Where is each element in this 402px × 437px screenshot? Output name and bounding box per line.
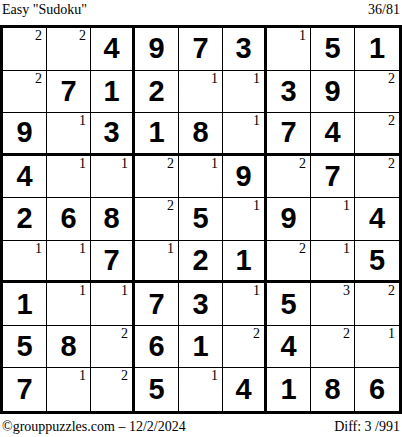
header: Easy "Sudoku" 36/81 xyxy=(0,0,402,25)
cell-r7c7[interactable]: 5 xyxy=(267,283,311,326)
cell-r6c5[interactable]: 2 xyxy=(179,241,223,284)
cell-r4c7[interactable]: 2 xyxy=(267,156,311,199)
pencil-mark: 2 xyxy=(121,327,128,341)
cell-r3c4[interactable]: 1 xyxy=(135,113,179,156)
pencil-mark: 1 xyxy=(211,157,218,171)
cell-r5c2[interactable]: 6 xyxy=(47,198,91,241)
given-digit: 6 xyxy=(60,204,76,233)
given-digit: 9 xyxy=(235,162,251,191)
given-digit: 1 xyxy=(148,118,164,147)
copyright-text: ©grouppuzzles.com – 12/2/2024 xyxy=(2,419,186,435)
cell-r9c9[interactable]: 6 xyxy=(355,368,399,411)
cell-r4c3[interactable]: 1 xyxy=(91,156,135,199)
given-digit: 4 xyxy=(324,118,340,147)
pencil-mark: 1 xyxy=(211,369,218,383)
puzzle-title: Easy "Sudoku" xyxy=(2,2,87,18)
cell-r5c7[interactable]: 9 xyxy=(267,198,311,241)
cell-r5c1[interactable]: 2 xyxy=(3,198,47,241)
cell-r2c9[interactable]: 2 xyxy=(355,71,399,114)
given-digit: 8 xyxy=(60,332,76,361)
cell-r1c4[interactable]: 9 xyxy=(135,28,179,71)
cell-r7c8[interactable]: 3 xyxy=(311,283,355,326)
pencil-mark: 1 xyxy=(211,72,218,86)
cell-r6c3[interactable]: 7 xyxy=(91,241,135,284)
cell-r9c3[interactable]: 2 xyxy=(91,368,135,411)
cell-r7c9[interactable]: 2 xyxy=(355,283,399,326)
cell-r6c1[interactable]: 1 xyxy=(3,241,47,284)
pencil-mark: 1 xyxy=(388,327,395,341)
cell-r8c3[interactable]: 2 xyxy=(91,326,135,369)
given-digit: 7 xyxy=(103,246,119,275)
cell-r9c5[interactable]: 1 xyxy=(179,368,223,411)
given-digit: 7 xyxy=(280,118,296,147)
cell-r6c7[interactable]: 2 xyxy=(267,241,311,284)
cell-r6c9[interactable]: 5 xyxy=(355,241,399,284)
cell-r3c6[interactable]: 1 xyxy=(223,113,267,156)
given-digit: 3 xyxy=(280,77,296,106)
given-digit: 1 xyxy=(16,290,32,319)
pencil-mark: 2 xyxy=(299,157,306,171)
cell-r1c6[interactable]: 3 xyxy=(223,28,267,71)
cell-r4c2[interactable]: 1 xyxy=(47,156,91,199)
cell-r2c6[interactable]: 1 xyxy=(223,71,267,114)
cell-r9c2[interactable]: 1 xyxy=(47,368,91,411)
cell-r8c9[interactable]: 1 xyxy=(355,326,399,369)
given-digit: 5 xyxy=(192,204,208,233)
cell-r2c7[interactable]: 3 xyxy=(267,71,311,114)
cell-r1c2[interactable]: 2 xyxy=(47,28,91,71)
pencil-mark: 2 xyxy=(35,72,42,86)
pencil-mark: 1 xyxy=(79,114,86,128)
cell-r4c8[interactable]: 7 xyxy=(311,156,355,199)
pencil-mark: 2 xyxy=(299,242,306,256)
given-digit: 5 xyxy=(148,375,164,404)
pencil-mark: 1 xyxy=(299,29,306,43)
given-digit: 1 xyxy=(369,34,385,63)
cell-r2c3[interactable]: 1 xyxy=(91,71,135,114)
pencil-mark: 1 xyxy=(343,242,350,256)
cell-r2c2[interactable]: 7 xyxy=(47,71,91,114)
given-digit: 7 xyxy=(16,375,32,404)
cell-r3c8[interactable]: 4 xyxy=(311,113,355,156)
given-digit: 3 xyxy=(192,290,208,319)
cell-r6c6[interactable]: 1 xyxy=(223,241,267,284)
sudoku-grid: 2249731512712113929131817424112192722682… xyxy=(0,25,402,414)
cell-r4c5[interactable]: 1 xyxy=(179,156,223,199)
cell-r8c4[interactable]: 6 xyxy=(135,326,179,369)
given-digit: 1 xyxy=(235,246,251,275)
cell-r5c5[interactable]: 5 xyxy=(179,198,223,241)
puzzle-page: Easy "Sudoku" 36/81 22497315127121139291… xyxy=(0,0,402,437)
cell-r4c1[interactable]: 4 xyxy=(3,156,47,199)
footer: ©grouppuzzles.com – 12/2/2024 Diff: 3 /9… xyxy=(0,414,402,435)
cell-r8c7[interactable]: 4 xyxy=(267,326,311,369)
pencil-mark: 1 xyxy=(253,199,260,213)
cell-r1c5[interactable]: 7 xyxy=(179,28,223,71)
given-digit: 7 xyxy=(192,34,208,63)
given-digit: 4 xyxy=(103,34,119,63)
cell-r1c9[interactable]: 1 xyxy=(355,28,399,71)
pencil-mark: 1 xyxy=(79,284,86,298)
cell-r3c3[interactable]: 3 xyxy=(91,113,135,156)
cell-r1c1[interactable]: 2 xyxy=(3,28,47,71)
pencil-mark: 3 xyxy=(343,284,350,298)
given-digit: 8 xyxy=(103,204,119,233)
given-digit: 1 xyxy=(192,332,208,361)
given-digit: 7 xyxy=(324,162,340,191)
cell-r3c2[interactable]: 1 xyxy=(47,113,91,156)
given-digit: 2 xyxy=(192,246,208,275)
cell-r2c1[interactable]: 2 xyxy=(3,71,47,114)
given-digit: 9 xyxy=(280,204,296,233)
cell-r5c3[interactable]: 8 xyxy=(91,198,135,241)
cell-r1c7[interactable]: 1 xyxy=(267,28,311,71)
pencil-mark: 1 xyxy=(167,242,174,256)
given-digit: 5 xyxy=(369,246,385,275)
given-digit: 3 xyxy=(235,34,251,63)
pencil-mark: 2 xyxy=(167,199,174,213)
pencil-mark: 2 xyxy=(253,327,260,341)
cell-r7c4[interactable]: 7 xyxy=(135,283,179,326)
pencil-mark: 2 xyxy=(388,72,395,86)
pencil-mark: 1 xyxy=(253,72,260,86)
cell-r8c6[interactable]: 2 xyxy=(223,326,267,369)
given-digit: 4 xyxy=(16,162,32,191)
pencil-mark: 1 xyxy=(79,242,86,256)
difficulty-text: Diff: 3 /991 xyxy=(334,419,400,435)
cell-r1c3[interactable]: 4 xyxy=(91,28,135,71)
pencil-mark: 1 xyxy=(253,114,260,128)
cell-r6c8[interactable]: 1 xyxy=(311,241,355,284)
pencil-mark: 1 xyxy=(343,199,350,213)
pencil-mark: 1 xyxy=(253,284,260,298)
cell-r5c6[interactable]: 1 xyxy=(223,198,267,241)
cell-r7c1[interactable]: 1 xyxy=(3,283,47,326)
pencil-mark: 2 xyxy=(121,369,128,383)
given-digit: 8 xyxy=(192,118,208,147)
cell-r8c1[interactable]: 5 xyxy=(3,326,47,369)
given-digit: 5 xyxy=(280,290,296,319)
cell-counter: 36/81 xyxy=(368,2,400,18)
cell-r2c4[interactable]: 2 xyxy=(135,71,179,114)
given-digit: 7 xyxy=(60,77,76,106)
pencil-mark: 1 xyxy=(121,157,128,171)
cell-r1c8[interactable]: 5 xyxy=(311,28,355,71)
given-digit: 6 xyxy=(369,375,385,404)
given-digit: 4 xyxy=(280,332,296,361)
cell-r7c5[interactable]: 3 xyxy=(179,283,223,326)
pencil-mark: 1 xyxy=(35,242,42,256)
given-digit: 5 xyxy=(324,34,340,63)
cell-r3c9[interactable]: 2 xyxy=(355,113,399,156)
pencil-mark: 2 xyxy=(388,114,395,128)
given-digit: 5 xyxy=(16,332,32,361)
cell-r8c5[interactable]: 1 xyxy=(179,326,223,369)
given-digit: 3 xyxy=(103,118,119,147)
pencil-mark: 2 xyxy=(343,327,350,341)
cell-r9c8[interactable]: 8 xyxy=(311,368,355,411)
cell-r8c2[interactable]: 8 xyxy=(47,326,91,369)
given-digit: 9 xyxy=(16,118,32,147)
given-digit: 8 xyxy=(324,375,340,404)
given-digit: 9 xyxy=(324,77,340,106)
cell-r3c5[interactable]: 8 xyxy=(179,113,223,156)
cell-r3c1[interactable]: 9 xyxy=(3,113,47,156)
pencil-mark: 2 xyxy=(388,157,395,171)
cell-r2c5[interactable]: 1 xyxy=(179,71,223,114)
cell-r9c4[interactable]: 5 xyxy=(135,368,179,411)
pencil-mark: 1 xyxy=(79,157,86,171)
cell-r4c4[interactable]: 2 xyxy=(135,156,179,199)
given-digit: 4 xyxy=(235,375,251,404)
given-digit: 2 xyxy=(16,204,32,233)
pencil-mark: 1 xyxy=(79,369,86,383)
cell-r9c6[interactable]: 4 xyxy=(223,368,267,411)
pencil-mark: 2 xyxy=(388,284,395,298)
cell-r2c8[interactable]: 9 xyxy=(311,71,355,114)
cell-r4c9[interactable]: 2 xyxy=(355,156,399,199)
cell-r8c8[interactable]: 2 xyxy=(311,326,355,369)
cell-r6c2[interactable]: 1 xyxy=(47,241,91,284)
cell-r3c7[interactable]: 7 xyxy=(267,113,311,156)
cell-r7c6[interactable]: 1 xyxy=(223,283,267,326)
given-digit: 1 xyxy=(280,375,296,404)
cell-r9c1[interactable]: 7 xyxy=(3,368,47,411)
cell-r9c7[interactable]: 1 xyxy=(267,368,311,411)
cell-r5c8[interactable]: 1 xyxy=(311,198,355,241)
given-digit: 2 xyxy=(148,77,164,106)
pencil-mark: 2 xyxy=(79,29,86,43)
cell-r7c3[interactable]: 1 xyxy=(91,283,135,326)
pencil-mark: 2 xyxy=(35,29,42,43)
pencil-mark: 2 xyxy=(167,157,174,171)
cell-r4c6[interactable]: 9 xyxy=(223,156,267,199)
cell-r7c2[interactable]: 1 xyxy=(47,283,91,326)
cell-r5c4[interactable]: 2 xyxy=(135,198,179,241)
pencil-mark: 1 xyxy=(121,284,128,298)
given-digit: 1 xyxy=(103,77,119,106)
given-digit: 6 xyxy=(148,332,164,361)
given-digit: 4 xyxy=(369,204,385,233)
given-digit: 9 xyxy=(148,34,164,63)
cell-r6c4[interactable]: 1 xyxy=(135,241,179,284)
cell-r5c9[interactable]: 4 xyxy=(355,198,399,241)
given-digit: 7 xyxy=(148,290,164,319)
